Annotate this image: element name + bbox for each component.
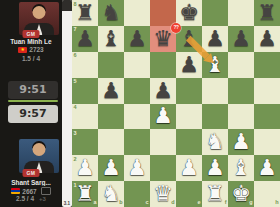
player-bottom-score-row: 2.5 / 4 +3 (0, 195, 62, 202)
square-d1[interactable]: d♛ (150, 181, 176, 207)
black-rook[interactable]: ♜ (72, 0, 98, 26)
square-f1[interactable]: f♜ (202, 181, 228, 207)
gm-title-badge: GM (23, 169, 40, 177)
player-top-rating: 2723 (29, 46, 43, 53)
square-b4[interactable] (98, 104, 124, 130)
square-h8[interactable]: ♜ (254, 0, 280, 26)
black-pawn[interactable]: ♟ (254, 26, 280, 52)
black-pawn[interactable]: ♟ (124, 26, 150, 52)
square-b6[interactable] (98, 52, 124, 78)
white-bishop[interactable]: ♝ (228, 155, 254, 181)
vietnam-flag-icon (18, 47, 27, 53)
player-bottom-rating: 2667 (22, 188, 36, 195)
square-b7[interactable]: ♝ (98, 26, 124, 52)
black-pawn[interactable]: ♟ (98, 78, 124, 104)
square-b3[interactable] (98, 129, 124, 155)
square-g7[interactable]: ♟ (228, 26, 254, 52)
square-c1[interactable]: c (124, 181, 150, 207)
square-g2[interactable]: ♝ (228, 155, 254, 181)
camera-icon[interactable] (41, 187, 51, 195)
square-a2[interactable]: 2♟ (72, 155, 98, 181)
white-pawn[interactable]: ♟ (124, 155, 150, 181)
black-pawn[interactable]: ♟ (202, 26, 228, 52)
square-b2[interactable]: ♟ (98, 155, 124, 181)
file-label-h: h (275, 200, 278, 206)
rank-label-3: 3 (74, 131, 77, 137)
player-top-clock: 9:51 (8, 81, 58, 99)
square-f4[interactable] (202, 104, 228, 130)
square-c6[interactable] (124, 52, 150, 78)
black-knight[interactable]: ♞ (98, 0, 124, 26)
black-pawn[interactable]: ♟ (228, 26, 254, 52)
square-a6[interactable]: 6 (72, 52, 98, 78)
black-pawn[interactable]: ♟ (72, 26, 98, 52)
square-a1[interactable]: 1a♜ (72, 181, 98, 207)
square-a5[interactable]: 5 (72, 78, 98, 104)
square-d5[interactable]: ♟ (150, 78, 176, 104)
black-pawn[interactable]: ♟ (150, 78, 176, 104)
square-h6[interactable] (254, 52, 280, 78)
player-top-score: 1.5 / 4 (22, 55, 40, 62)
square-d4[interactable]: ♟ (150, 104, 176, 130)
square-e5[interactable] (176, 78, 202, 104)
square-g6[interactable] (228, 52, 254, 78)
square-a3[interactable]: 3 (72, 129, 98, 155)
white-pawn[interactable]: ♟ (150, 104, 176, 130)
eval-bar: 3.1 (62, 0, 72, 207)
eval-bar-black-portion (62, 0, 72, 11)
player-bottom-rating-row: 2667 (0, 187, 62, 195)
square-c7[interactable]: ♟ (124, 26, 150, 52)
square-f5[interactable] (202, 78, 228, 104)
square-g1[interactable]: g♚ (228, 181, 254, 207)
square-d3[interactable] (150, 129, 176, 155)
square-c3[interactable] (124, 129, 150, 155)
white-pawn[interactable]: ♟ (254, 155, 280, 181)
rank-label-4: 4 (74, 105, 77, 111)
square-g3[interactable]: ♟ (228, 129, 254, 155)
square-h2[interactable]: ♟ (254, 155, 280, 181)
black-rook[interactable]: ♜ (254, 0, 280, 26)
square-a7[interactable]: 7♟ (72, 26, 98, 52)
square-e8[interactable]: ♚ (176, 0, 202, 26)
square-g8[interactable] (228, 0, 254, 26)
square-b5[interactable]: ♟ (98, 78, 124, 104)
white-rook[interactable]: ♜ (202, 181, 228, 207)
square-c2[interactable]: ♟ (124, 155, 150, 181)
player-bottom-score: 2.5 / 4 (16, 195, 34, 202)
rank-label-5: 5 (74, 79, 77, 85)
square-f7[interactable]: ♟ (202, 26, 228, 52)
square-e2[interactable]: ♟ (176, 155, 202, 181)
square-e1[interactable]: e (176, 181, 202, 207)
square-h3[interactable] (254, 129, 280, 155)
square-g4[interactable] (228, 104, 254, 130)
white-pawn[interactable]: ♟ (98, 155, 124, 181)
clock-progress-bar (8, 100, 58, 103)
black-king[interactable]: ♚ (176, 0, 202, 26)
square-h4[interactable] (254, 104, 280, 130)
white-pawn[interactable]: ♟ (202, 155, 228, 181)
black-pawn[interactable]: ♟ (176, 52, 202, 78)
square-e6[interactable]: ♟ (176, 52, 202, 78)
square-e3[interactable] (176, 129, 202, 155)
blunder-badge: ?? (171, 23, 181, 33)
square-b1[interactable]: b♞ (98, 181, 124, 207)
file-label-e: e (197, 200, 200, 206)
square-g5[interactable] (228, 78, 254, 104)
rank-label-6: 6 (74, 53, 77, 59)
white-pawn[interactable]: ♟ (228, 129, 254, 155)
player-top-rating-row: 2723 (0, 46, 62, 53)
white-rook[interactable]: ♜ (72, 181, 98, 207)
square-f8[interactable] (202, 0, 228, 26)
eval-score: 3.1 (62, 201, 72, 206)
square-a8[interactable]: 8♜ (72, 0, 98, 26)
square-f6[interactable]: ♝ (202, 52, 228, 78)
player-top-name[interactable]: Tuan Minh Le (0, 38, 62, 45)
square-b8[interactable]: ♞ (98, 0, 124, 26)
file-label-c: c (145, 200, 148, 206)
player-bottom-clock: 9:57 (8, 105, 58, 123)
players-sidebar: GM Tuan Minh Le 2723 1.5 / 4 9:51 9:57 G… (0, 0, 62, 207)
armenia-flag-icon (11, 188, 20, 194)
square-h5[interactable] (254, 78, 280, 104)
square-d2[interactable] (150, 155, 176, 181)
white-queen[interactable]: ♛ (150, 181, 176, 207)
chess-board: ?? 8♜♞♚♜7♟♝♟♛♝♟♟♟6♟♝5♟♟4♟3♞♟2♟♟♟♟♟♝♟1a♜b… (72, 0, 280, 207)
square-a4[interactable]: 4 (72, 104, 98, 130)
chess-app: GM Tuan Minh Le 2723 1.5 / 4 9:51 9:57 G… (0, 0, 280, 207)
player-top-score-row: 1.5 / 4 (0, 55, 62, 62)
white-pawn[interactable]: ♟ (176, 155, 202, 181)
square-h7[interactable]: ♟ (254, 26, 280, 52)
white-bishop[interactable]: ♝ (202, 52, 228, 78)
gm-title-badge: GM (23, 30, 40, 38)
square-e4[interactable] (176, 104, 202, 130)
player-bottom-avatar[interactable] (19, 139, 59, 173)
black-bishop[interactable]: ♝ (98, 26, 124, 52)
white-knight[interactable]: ♞ (98, 181, 124, 207)
player-bottom-rating-delta: +3 (39, 196, 46, 202)
white-knight[interactable]: ♞ (202, 129, 228, 155)
white-pawn[interactable]: ♟ (72, 155, 98, 181)
square-c8[interactable] (124, 0, 150, 26)
square-d6[interactable] (150, 52, 176, 78)
player-bottom-name[interactable]: Shant Sarg... (0, 179, 62, 186)
square-d8[interactable] (150, 0, 176, 26)
white-king[interactable]: ♚ (228, 181, 254, 207)
square-f2[interactable]: ♟ (202, 155, 228, 181)
square-f3[interactable]: ♞ (202, 129, 228, 155)
square-h1[interactable]: h (254, 181, 280, 207)
square-c4[interactable] (124, 104, 150, 130)
square-c5[interactable] (124, 78, 150, 104)
